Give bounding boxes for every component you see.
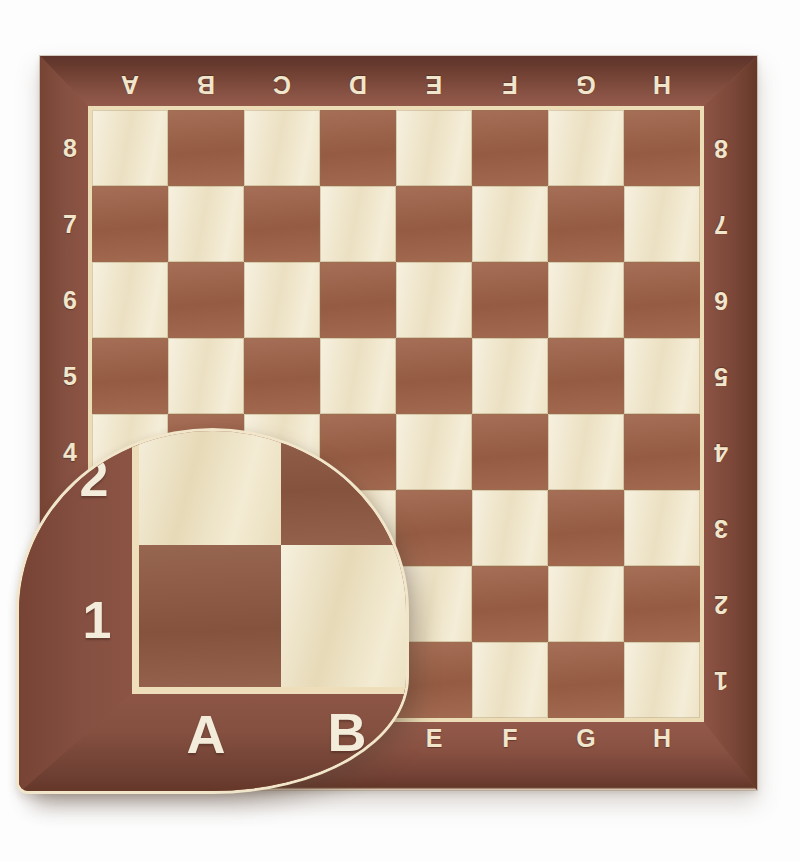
square-f7 [472, 186, 548, 262]
inset-border-line-vertical [132, 431, 139, 694]
file-label-top-f: F [502, 72, 517, 97]
square-f8 [472, 110, 548, 186]
rank-label-right-7: 7 [714, 212, 728, 237]
square-a6 [92, 262, 168, 338]
rank-label-right-1: 1 [714, 668, 728, 693]
square-h3 [624, 490, 700, 566]
square-f1 [472, 642, 548, 718]
square-h6 [624, 262, 700, 338]
file-label-bottom-e: E [426, 726, 443, 751]
square-e5 [396, 338, 472, 414]
rank-label-left-6: 6 [63, 288, 77, 313]
square-c6 [244, 262, 320, 338]
square-f6 [472, 262, 548, 338]
file-label-top-d: D [349, 72, 367, 97]
file-label-top-a: A [121, 72, 139, 97]
rank-label-left-4: 4 [63, 440, 77, 465]
rank-label-right-4: 4 [714, 440, 728, 465]
inset-square-a2 [139, 428, 281, 545]
inset-file-label-b: B [328, 705, 367, 759]
file-label-bottom-f: F [502, 726, 517, 751]
inset-rank-label-1: 1 [83, 594, 112, 646]
square-e6 [396, 262, 472, 338]
square-d7 [320, 186, 396, 262]
square-a5 [92, 338, 168, 414]
square-h4 [624, 414, 700, 490]
inset-square-b1 [281, 545, 409, 687]
square-g3 [548, 490, 624, 566]
square-c7 [244, 186, 320, 262]
square-h8 [624, 110, 700, 186]
file-label-bottom-h: H [653, 726, 671, 751]
product-photo: AABBCCDDEEFFGGHH8877665544332211 21AB [0, 0, 800, 862]
square-a8 [92, 110, 168, 186]
rank-label-left-5: 5 [63, 364, 77, 389]
square-h2 [624, 566, 700, 642]
rank-label-right-3: 3 [714, 516, 728, 541]
file-label-bottom-g: G [576, 726, 595, 751]
file-label-top-g: G [576, 72, 595, 97]
corner-magnifier-inset: 21AB [16, 428, 409, 794]
rank-label-left-8: 8 [63, 136, 77, 161]
square-f3 [472, 490, 548, 566]
rank-label-right-5: 5 [714, 364, 728, 389]
square-c8 [244, 110, 320, 186]
square-e4 [396, 414, 472, 490]
square-g4 [548, 414, 624, 490]
square-e8 [396, 110, 472, 186]
square-e3 [396, 490, 472, 566]
file-label-top-h: H [653, 72, 671, 97]
square-d6 [320, 262, 396, 338]
rank-label-left-7: 7 [63, 212, 77, 237]
inset-border-line-horizontal [132, 687, 406, 694]
inset-file-label-a: A [187, 707, 226, 761]
square-g8 [548, 110, 624, 186]
board-frame-top [40, 56, 757, 106]
board-frame-right [704, 56, 757, 790]
square-b5 [168, 338, 244, 414]
square-h1 [624, 642, 700, 718]
square-f5 [472, 338, 548, 414]
square-d8 [320, 110, 396, 186]
square-g5 [548, 338, 624, 414]
square-b8 [168, 110, 244, 186]
inset-square-a1 [139, 545, 281, 687]
square-b6 [168, 262, 244, 338]
square-c5 [244, 338, 320, 414]
square-f4 [472, 414, 548, 490]
square-f2 [472, 566, 548, 642]
square-h5 [624, 338, 700, 414]
file-label-top-e: E [426, 72, 443, 97]
file-label-top-b: B [197, 72, 215, 97]
square-g7 [548, 186, 624, 262]
square-b7 [168, 186, 244, 262]
square-a7 [92, 186, 168, 262]
file-label-top-c: C [273, 72, 291, 97]
square-e7 [396, 186, 472, 262]
rank-label-right-6: 6 [714, 288, 728, 313]
square-h7 [624, 186, 700, 262]
rank-label-right-2: 2 [714, 592, 728, 617]
square-d5 [320, 338, 396, 414]
square-g1 [548, 642, 624, 718]
rank-label-right-8: 8 [714, 136, 728, 161]
square-g6 [548, 262, 624, 338]
square-g2 [548, 566, 624, 642]
